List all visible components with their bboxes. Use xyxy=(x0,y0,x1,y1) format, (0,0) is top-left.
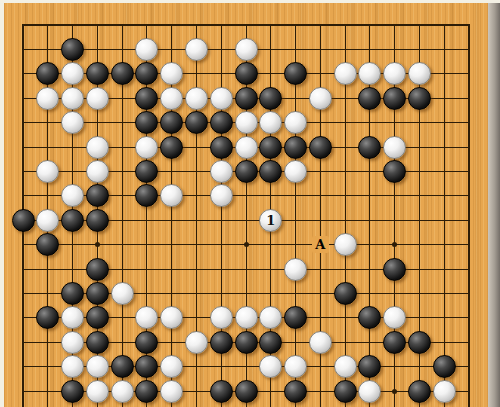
white-stone xyxy=(235,38,258,61)
white-stone xyxy=(210,306,233,329)
white-stone xyxy=(61,331,84,354)
board-top-border xyxy=(0,0,500,3)
white-stone xyxy=(36,209,59,232)
black-stone xyxy=(210,111,233,134)
white-stone xyxy=(185,87,208,110)
move-number-label: 1 xyxy=(260,210,281,231)
white-stone xyxy=(160,380,183,403)
black-stone xyxy=(284,306,307,329)
black-stone xyxy=(309,136,332,159)
white-stone xyxy=(309,331,332,354)
white-stone xyxy=(210,87,233,110)
black-stone xyxy=(334,380,357,403)
go-board-screenshot: 1A xyxy=(0,0,500,407)
white-stone xyxy=(358,380,381,403)
letter-annotation-A: A xyxy=(312,236,329,253)
board-right-border xyxy=(488,0,500,407)
white-stone xyxy=(61,306,84,329)
white-stone xyxy=(185,38,208,61)
white-stone xyxy=(135,38,158,61)
black-stone xyxy=(86,282,109,305)
black-stone xyxy=(235,160,258,183)
white-stone xyxy=(86,87,109,110)
white-stone xyxy=(160,306,183,329)
black-stone xyxy=(235,87,258,110)
white-stone xyxy=(259,111,282,134)
star-point xyxy=(95,242,100,247)
black-stone xyxy=(61,282,84,305)
black-stone xyxy=(135,184,158,207)
star-point xyxy=(392,389,397,394)
black-stone xyxy=(259,331,282,354)
black-stone xyxy=(86,258,109,281)
black-stone xyxy=(36,306,59,329)
black-stone xyxy=(259,87,282,110)
black-stone xyxy=(135,160,158,183)
white-stone: 1 xyxy=(259,209,282,232)
black-stone xyxy=(284,62,307,85)
white-stone xyxy=(284,355,307,378)
white-stone xyxy=(61,355,84,378)
black-stone xyxy=(160,136,183,159)
white-stone xyxy=(36,160,59,183)
black-stone xyxy=(111,355,134,378)
white-stone xyxy=(36,87,59,110)
black-stone xyxy=(284,136,307,159)
white-stone xyxy=(111,282,134,305)
white-stone xyxy=(135,136,158,159)
white-stone xyxy=(284,258,307,281)
black-stone xyxy=(135,111,158,134)
white-stone xyxy=(383,306,406,329)
black-stone xyxy=(235,331,258,354)
black-stone xyxy=(383,87,406,110)
star-point xyxy=(392,242,397,247)
black-stone xyxy=(235,380,258,403)
white-stone xyxy=(185,331,208,354)
white-stone xyxy=(61,87,84,110)
grid-line-vertical xyxy=(468,24,470,407)
black-stone xyxy=(86,184,109,207)
white-stone xyxy=(235,136,258,159)
black-stone xyxy=(210,331,233,354)
black-stone xyxy=(61,380,84,403)
black-stone xyxy=(86,331,109,354)
black-stone xyxy=(86,306,109,329)
white-stone xyxy=(86,355,109,378)
white-stone xyxy=(235,306,258,329)
white-stone xyxy=(383,62,406,85)
board-left-border xyxy=(0,0,4,407)
black-stone xyxy=(61,209,84,232)
white-stone xyxy=(111,380,134,403)
black-stone xyxy=(383,258,406,281)
white-stone xyxy=(160,184,183,207)
black-stone xyxy=(86,62,109,85)
black-stone xyxy=(185,111,208,134)
white-stone xyxy=(86,160,109,183)
black-stone xyxy=(36,62,59,85)
white-stone xyxy=(160,87,183,110)
white-stone xyxy=(86,380,109,403)
white-stone xyxy=(383,136,406,159)
black-stone xyxy=(259,160,282,183)
black-stone xyxy=(135,380,158,403)
black-stone xyxy=(210,380,233,403)
grid-line-vertical xyxy=(444,24,445,407)
white-stone xyxy=(86,136,109,159)
white-stone xyxy=(61,62,84,85)
black-stone xyxy=(408,380,431,403)
white-stone xyxy=(210,160,233,183)
black-stone xyxy=(284,380,307,403)
black-stone xyxy=(210,136,233,159)
grid-line-horizontal xyxy=(22,24,470,26)
black-stone xyxy=(259,136,282,159)
black-stone xyxy=(160,111,183,134)
go-board[interactable]: 1A xyxy=(0,0,500,407)
white-stone xyxy=(284,160,307,183)
black-stone xyxy=(135,87,158,110)
white-stone xyxy=(408,62,431,85)
white-stone xyxy=(61,184,84,207)
black-stone xyxy=(61,38,84,61)
black-stone xyxy=(86,209,109,232)
white-stone xyxy=(433,380,456,403)
white-stone xyxy=(334,233,357,256)
white-stone xyxy=(160,62,183,85)
black-stone xyxy=(135,331,158,354)
white-stone xyxy=(61,111,84,134)
black-stone xyxy=(358,136,381,159)
black-stone xyxy=(135,355,158,378)
black-stone xyxy=(358,355,381,378)
white-stone xyxy=(235,111,258,134)
white-stone xyxy=(358,62,381,85)
black-stone xyxy=(383,160,406,183)
star-point xyxy=(244,242,249,247)
black-stone xyxy=(334,282,357,305)
black-stone xyxy=(36,233,59,256)
black-stone xyxy=(135,62,158,85)
white-stone xyxy=(309,87,332,110)
white-stone xyxy=(259,355,282,378)
black-stone xyxy=(408,331,431,354)
black-stone xyxy=(358,306,381,329)
black-stone xyxy=(111,62,134,85)
black-stone xyxy=(358,87,381,110)
black-stone xyxy=(12,209,35,232)
black-stone xyxy=(408,87,431,110)
white-stone xyxy=(334,355,357,378)
white-stone xyxy=(160,355,183,378)
black-stone xyxy=(433,355,456,378)
white-stone xyxy=(284,111,307,134)
black-stone xyxy=(383,331,406,354)
white-stone xyxy=(210,184,233,207)
black-stone xyxy=(235,62,258,85)
white-stone xyxy=(334,62,357,85)
white-stone xyxy=(135,306,158,329)
white-stone xyxy=(259,306,282,329)
